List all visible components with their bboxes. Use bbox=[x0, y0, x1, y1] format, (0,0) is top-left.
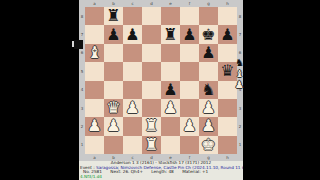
black-piece-f7: ♟ bbox=[182, 26, 196, 44]
file-label-bottom-e: e bbox=[161, 154, 180, 161]
white-piece-g1: ♚ bbox=[201, 136, 215, 154]
white-piece-a6: ♝ bbox=[87, 44, 101, 62]
square-b4 bbox=[104, 81, 123, 99]
square-g3: ♟ bbox=[199, 99, 218, 117]
square-f1 bbox=[180, 136, 199, 154]
square-c6 bbox=[123, 44, 142, 62]
black-piece-b7: ♟ bbox=[106, 26, 120, 44]
black-piece-e7: ♜ bbox=[163, 26, 177, 44]
square-c2 bbox=[123, 117, 142, 135]
file-label-bottom-g: g bbox=[199, 154, 218, 161]
square-h1 bbox=[218, 136, 237, 154]
board-grid: ♜♟♟♜♟♚♟♝♟♛♟♞♛♟♟♟♟♟♜♟♟♜♚ bbox=[85, 7, 237, 154]
game-info-panel: Anderson 1 3 (2161) - Stockfish 17 (3171… bbox=[79, 161, 243, 180]
video-frame: abcdefgh 87654321 87654321 abcdefgh ♜♟♟♜… bbox=[0, 0, 320, 180]
white-piece-e3: ♟ bbox=[163, 99, 177, 117]
rank-label-right-3: 3 bbox=[237, 99, 243, 117]
square-c8 bbox=[123, 7, 142, 25]
square-c5 bbox=[123, 62, 142, 80]
square-h8 bbox=[218, 7, 237, 25]
square-c4 bbox=[123, 81, 142, 99]
file-label-bottom-f: f bbox=[180, 154, 199, 161]
white-bishop-icon: ♝ bbox=[235, 68, 244, 79]
white-piece-b2: ♟ bbox=[106, 117, 120, 135]
black-piece-h7: ♟ bbox=[220, 26, 234, 44]
white-piece-d1: ♜ bbox=[144, 136, 158, 154]
square-e5 bbox=[161, 62, 180, 80]
file-label-top-h: h bbox=[218, 0, 237, 7]
white-piece-d2: ♜ bbox=[144, 117, 158, 135]
square-e6 bbox=[161, 44, 180, 62]
square-a8 bbox=[85, 7, 104, 25]
square-d4 bbox=[142, 81, 161, 99]
game-length: Length: 48 bbox=[151, 170, 174, 175]
square-b6 bbox=[104, 44, 123, 62]
square-e4: ♟ bbox=[161, 81, 180, 99]
chess-board-block: abcdefgh 87654321 87654321 abcdefgh ♜♟♟♜… bbox=[79, 0, 243, 180]
file-label-top-e: e bbox=[161, 0, 180, 7]
square-d8 bbox=[142, 7, 161, 25]
square-a5 bbox=[85, 62, 104, 80]
white-piece-c3: ♟ bbox=[125, 99, 139, 117]
next-move: Next: 26. Qh4+ bbox=[110, 170, 143, 175]
rank-label-right-1: 1 bbox=[237, 136, 243, 154]
white-piece-f2: ♟ bbox=[182, 117, 196, 135]
black-piece-e4: ♟ bbox=[163, 81, 177, 99]
white-piece-g2: ♟ bbox=[201, 117, 215, 135]
black-piece-c7: ♟ bbox=[125, 26, 139, 44]
square-g8 bbox=[199, 7, 218, 25]
square-b2: ♟ bbox=[104, 117, 123, 135]
square-a2: ♟ bbox=[85, 117, 104, 135]
square-a6: ♝ bbox=[85, 44, 104, 62]
square-h2 bbox=[218, 117, 237, 135]
black-knight-icon: ♞ bbox=[235, 57, 244, 68]
square-d7 bbox=[142, 25, 161, 43]
white-pawn-icon: ♟ bbox=[235, 79, 244, 90]
rank-label-right-7: 7 bbox=[237, 25, 243, 43]
square-h3 bbox=[218, 99, 237, 117]
side-to-move-indicator bbox=[74, 40, 83, 49]
square-e1 bbox=[161, 136, 180, 154]
square-g7: ♚ bbox=[199, 25, 218, 43]
square-e2 bbox=[161, 117, 180, 135]
square-f6 bbox=[180, 44, 199, 62]
file-label-bottom-c: c bbox=[123, 154, 142, 161]
rank-label-right-2: 2 bbox=[237, 117, 243, 135]
square-d6 bbox=[142, 44, 161, 62]
square-c3: ♟ bbox=[123, 99, 142, 117]
square-c1 bbox=[123, 136, 142, 154]
square-f2: ♟ bbox=[180, 117, 199, 135]
file-labels-bottom: abcdefgh bbox=[85, 154, 237, 161]
square-g5 bbox=[199, 62, 218, 80]
file-label-top-a: a bbox=[85, 0, 104, 7]
file-label-bottom-d: d bbox=[142, 154, 161, 161]
white-piece-g3: ♟ bbox=[201, 99, 215, 117]
event-label: Event : bbox=[80, 166, 95, 170]
square-g6: ♟ bbox=[199, 44, 218, 62]
square-b3: ♛ bbox=[104, 99, 123, 117]
square-a7 bbox=[85, 25, 104, 43]
file-label-top-f: f bbox=[180, 0, 199, 7]
square-f4 bbox=[180, 81, 199, 99]
square-b8: ♜ bbox=[104, 7, 123, 25]
square-h7: ♟ bbox=[218, 25, 237, 43]
black-piece-g6: ♟ bbox=[201, 44, 215, 62]
square-g1: ♚ bbox=[199, 136, 218, 154]
square-g2: ♟ bbox=[199, 117, 218, 135]
square-g4: ♞ bbox=[199, 81, 218, 99]
square-b5 bbox=[104, 62, 123, 80]
rank-label-right-8: 8 bbox=[237, 7, 243, 25]
square-d3 bbox=[142, 99, 161, 117]
square-e7: ♜ bbox=[161, 25, 180, 43]
square-a1 bbox=[85, 136, 104, 154]
square-a4 bbox=[85, 81, 104, 99]
file-label-bottom-h: h bbox=[218, 154, 237, 161]
white-piece-b3: ♛ bbox=[106, 99, 120, 117]
event-value: Saragossa; Nimzovich Defense, Castle Pin… bbox=[95, 166, 243, 170]
square-f3 bbox=[180, 99, 199, 117]
square-f8 bbox=[180, 7, 199, 25]
square-e8 bbox=[161, 7, 180, 25]
square-a3 bbox=[85, 99, 104, 117]
black-piece-g7: ♚ bbox=[201, 26, 215, 44]
square-b1 bbox=[104, 136, 123, 154]
file-label-top-g: g bbox=[199, 0, 218, 7]
black-piece-g4: ♞ bbox=[201, 81, 215, 99]
white-piece-a2: ♟ bbox=[87, 117, 101, 135]
opening-moves-footer: 4.Nf3/1.d4 bbox=[79, 175, 243, 180]
square-d1: ♜ bbox=[142, 136, 161, 154]
file-labels-top: abcdefgh bbox=[85, 0, 237, 7]
file-label-top-c: c bbox=[123, 0, 142, 7]
square-f5 bbox=[180, 62, 199, 80]
square-d2: ♜ bbox=[142, 117, 161, 135]
black-piece-b8: ♜ bbox=[106, 7, 120, 25]
captured-material-tray: ♞♝♟ bbox=[233, 57, 246, 90]
file-label-bottom-a: a bbox=[85, 154, 104, 161]
board-coordinate-frame: abcdefgh 87654321 87654321 abcdefgh ♜♟♟♜… bbox=[79, 0, 243, 161]
square-f7: ♟ bbox=[180, 25, 199, 43]
file-label-bottom-b: b bbox=[104, 154, 123, 161]
material-balance: Material: +1 bbox=[182, 170, 208, 175]
square-c7: ♟ bbox=[123, 25, 142, 43]
square-d5 bbox=[142, 62, 161, 80]
file-label-top-b: b bbox=[104, 0, 123, 7]
file-label-top-d: d bbox=[142, 0, 161, 7]
square-b7: ♟ bbox=[104, 25, 123, 43]
square-e3: ♟ bbox=[161, 99, 180, 117]
